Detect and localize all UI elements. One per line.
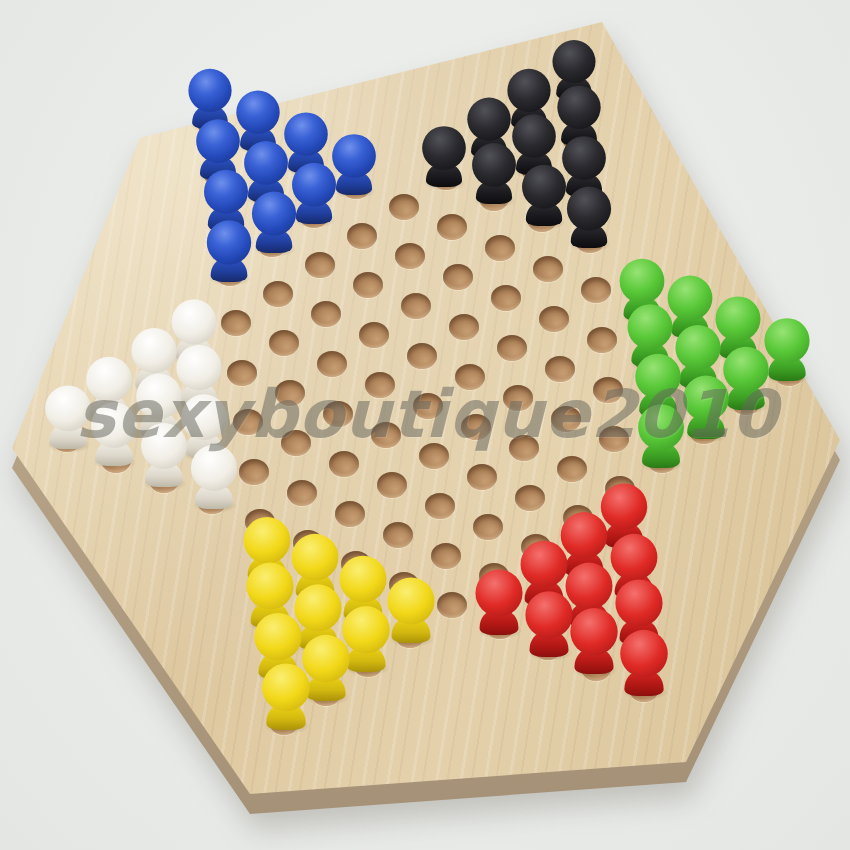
hole[interactable]: [251, 559, 281, 585]
hole[interactable]: [515, 106, 545, 132]
board: [0, 0, 850, 850]
hole[interactable]: [443, 264, 473, 290]
hole[interactable]: [389, 194, 419, 220]
hole[interactable]: [341, 551, 371, 577]
hole[interactable]: [299, 580, 329, 606]
hole[interactable]: [479, 563, 509, 589]
hole[interactable]: [689, 418, 719, 444]
hole[interactable]: [545, 356, 575, 382]
hole[interactable]: [281, 430, 311, 456]
hole[interactable]: [569, 555, 599, 581]
hole[interactable]: [557, 77, 587, 103]
hole[interactable]: [623, 626, 653, 652]
hole[interactable]: [245, 131, 275, 157]
hole[interactable]: [365, 372, 395, 398]
hole[interactable]: [323, 401, 353, 427]
hole[interactable]: [635, 348, 665, 374]
hole[interactable]: [239, 459, 269, 485]
hole[interactable]: [563, 505, 593, 531]
hole[interactable]: [395, 243, 425, 269]
hole[interactable]: [605, 476, 635, 502]
hole[interactable]: [629, 676, 659, 702]
hole[interactable]: [353, 651, 383, 677]
hole[interactable]: [774, 360, 804, 386]
hole[interactable]: [569, 177, 599, 203]
hole[interactable]: [449, 314, 479, 340]
hole[interactable]: [275, 380, 305, 406]
hole[interactable]: [251, 181, 281, 207]
hole[interactable]: [587, 327, 617, 353]
hole[interactable]: [599, 426, 629, 452]
hole[interactable]: [359, 322, 389, 348]
hole[interactable]: [437, 592, 467, 618]
hole[interactable]: [221, 310, 251, 336]
product-photo: sexyboutique2010: [0, 0, 850, 850]
hole[interactable]: [575, 227, 605, 253]
hole[interactable]: [209, 210, 239, 236]
hole[interactable]: [347, 601, 377, 627]
hole[interactable]: [413, 393, 443, 419]
hole[interactable]: [461, 414, 491, 440]
hole[interactable]: [52, 426, 82, 452]
hole[interactable]: [491, 285, 521, 311]
hole[interactable]: [335, 501, 365, 527]
hole[interactable]: [521, 156, 551, 182]
hole[interactable]: [467, 464, 497, 490]
hole[interactable]: [263, 281, 293, 307]
hole[interactable]: [215, 260, 245, 286]
hole[interactable]: [269, 709, 299, 735]
hole[interactable]: [581, 655, 611, 681]
hole[interactable]: [179, 339, 209, 365]
hole[interactable]: [191, 438, 221, 464]
hole[interactable]: [527, 584, 557, 610]
board-wrap: [0, 0, 850, 850]
hole[interactable]: [287, 480, 317, 506]
hole[interactable]: [353, 272, 383, 298]
hole[interactable]: [683, 368, 713, 394]
hole[interactable]: [509, 435, 539, 461]
hole[interactable]: [473, 135, 503, 161]
hole[interactable]: [293, 152, 323, 178]
hole[interactable]: [437, 214, 467, 240]
hole[interactable]: [431, 543, 461, 569]
hole[interactable]: [329, 451, 359, 477]
hole[interactable]: [137, 368, 167, 394]
hole[interactable]: [533, 634, 563, 660]
hole[interactable]: [425, 493, 455, 519]
hole[interactable]: [311, 680, 341, 706]
hole[interactable]: [149, 467, 179, 493]
hole[interactable]: [317, 351, 347, 377]
hole[interactable]: [263, 659, 293, 685]
hole[interactable]: [725, 339, 755, 365]
hole[interactable]: [227, 360, 257, 386]
hole[interactable]: [269, 330, 299, 356]
hole[interactable]: [539, 306, 569, 332]
hole[interactable]: [515, 485, 545, 511]
hole[interactable]: [485, 613, 515, 639]
hole[interactable]: [245, 509, 275, 535]
hole[interactable]: [521, 534, 551, 560]
hole[interactable]: [629, 298, 659, 324]
hole[interactable]: [101, 447, 131, 473]
hole[interactable]: [533, 256, 563, 282]
hole[interactable]: [257, 231, 287, 257]
hole[interactable]: [305, 630, 335, 656]
hole[interactable]: [551, 406, 581, 432]
hole[interactable]: [497, 335, 527, 361]
hole[interactable]: [677, 319, 707, 345]
hole[interactable]: [311, 301, 341, 327]
hole[interactable]: [341, 173, 371, 199]
hole[interactable]: [377, 472, 407, 498]
hole[interactable]: [479, 185, 509, 211]
hole[interactable]: [563, 127, 593, 153]
hole[interactable]: [473, 514, 503, 540]
hole[interactable]: [617, 576, 647, 602]
hole[interactable]: [389, 572, 419, 598]
hole[interactable]: [299, 202, 329, 228]
hole[interactable]: [293, 530, 323, 556]
hole[interactable]: [401, 293, 431, 319]
hole[interactable]: [197, 110, 227, 136]
hole[interactable]: [305, 252, 335, 278]
hole[interactable]: [347, 223, 377, 249]
hole[interactable]: [197, 488, 227, 514]
hole[interactable]: [581, 277, 611, 303]
hole[interactable]: [455, 364, 485, 390]
hole[interactable]: [185, 389, 215, 415]
hole[interactable]: [641, 397, 671, 423]
hole[interactable]: [647, 447, 677, 473]
hole[interactable]: [233, 409, 263, 435]
hole[interactable]: [257, 609, 287, 635]
hole[interactable]: [383, 522, 413, 548]
hole[interactable]: [143, 418, 173, 444]
hole[interactable]: [431, 164, 461, 190]
hole[interactable]: [731, 389, 761, 415]
hole[interactable]: [527, 206, 557, 232]
hole[interactable]: [203, 160, 233, 186]
hole[interactable]: [485, 235, 515, 261]
hole[interactable]: [407, 343, 437, 369]
hole[interactable]: [95, 397, 125, 423]
hole[interactable]: [557, 456, 587, 482]
hole[interactable]: [593, 377, 623, 403]
hole[interactable]: [395, 622, 425, 648]
hole[interactable]: [611, 526, 641, 552]
hole[interactable]: [503, 385, 533, 411]
hole[interactable]: [371, 422, 401, 448]
hole[interactable]: [419, 443, 449, 469]
hole[interactable]: [575, 605, 605, 631]
